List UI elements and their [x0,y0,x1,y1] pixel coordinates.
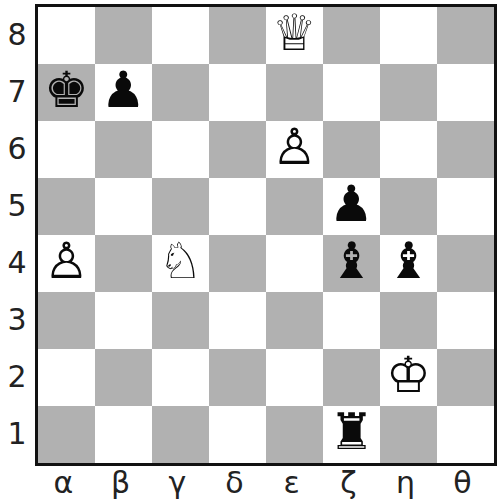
rank-label-1: 1 [0,405,34,462]
square-g1[interactable] [380,406,437,463]
square-h5[interactable] [437,178,494,235]
square-a1[interactable] [38,406,95,463]
rank-label-8: 8 [0,6,34,63]
square-g6[interactable] [380,121,437,178]
square-a4[interactable]: ♙ [38,235,95,292]
rank-label-4: 4 [0,234,34,291]
square-d5[interactable] [209,178,266,235]
rank-label-6: 6 [0,120,34,177]
square-c5[interactable] [152,178,209,235]
white-knight[interactable]: ♘ [158,233,203,290]
square-f6[interactable] [323,121,380,178]
square-d6[interactable] [209,121,266,178]
white-queen[interactable]: ♕ [272,5,317,62]
square-h1[interactable] [437,406,494,463]
square-b5[interactable] [95,178,152,235]
square-e3[interactable] [266,292,323,349]
square-h3[interactable] [437,292,494,349]
square-c6[interactable] [152,121,209,178]
file-label-b: β [92,464,149,500]
square-b6[interactable] [95,121,152,178]
rank-label-7: 7 [0,63,34,120]
square-c8[interactable] [152,7,209,64]
square-d7[interactable] [209,64,266,121]
square-g4[interactable]: ♝ [380,235,437,292]
square-h8[interactable] [437,7,494,64]
square-b3[interactable] [95,292,152,349]
chess-board: ♕♚♟♙♟♙♘♝♝♔♜ [35,4,497,466]
square-b8[interactable] [95,7,152,64]
square-d1[interactable] [209,406,266,463]
square-g3[interactable] [380,292,437,349]
square-c1[interactable] [152,406,209,463]
square-a5[interactable] [38,178,95,235]
file-label-f: ζ [320,464,377,500]
square-e5[interactable] [266,178,323,235]
rank-label-3: 3 [0,291,34,348]
square-f1[interactable]: ♜ [323,406,380,463]
square-c7[interactable] [152,64,209,121]
black-pawn[interactable]: ♟ [101,62,146,119]
file-label-g: η [377,464,434,500]
square-f2[interactable] [323,349,380,406]
file-label-a: α [35,464,92,500]
square-b7[interactable]: ♟ [95,64,152,121]
black-pawn[interactable]: ♟ [329,176,374,233]
square-a6[interactable] [38,121,95,178]
square-d4[interactable] [209,235,266,292]
black-rook[interactable]: ♜ [329,404,374,461]
file-labels: αβγδεζηθ [35,464,497,500]
square-h7[interactable] [437,64,494,121]
square-f7[interactable] [323,64,380,121]
square-d3[interactable] [209,292,266,349]
square-h2[interactable] [437,349,494,406]
square-g7[interactable] [380,64,437,121]
square-b2[interactable] [95,349,152,406]
white-pawn[interactable]: ♙ [272,119,317,176]
square-e8[interactable]: ♕ [266,7,323,64]
black-bishop[interactable]: ♝ [329,233,374,290]
square-d8[interactable] [209,7,266,64]
file-label-d: δ [206,464,263,500]
square-e2[interactable] [266,349,323,406]
file-label-h: θ [434,464,491,500]
file-label-e: ε [263,464,320,500]
square-e7[interactable] [266,64,323,121]
black-bishop[interactable]: ♝ [386,233,431,290]
rank-label-2: 2 [0,348,34,405]
square-c2[interactable] [152,349,209,406]
square-f8[interactable] [323,7,380,64]
square-f3[interactable] [323,292,380,349]
square-a2[interactable] [38,349,95,406]
square-e6[interactable]: ♙ [266,121,323,178]
white-pawn[interactable]: ♙ [44,233,89,290]
square-a7[interactable]: ♚ [38,64,95,121]
rank-label-5: 5 [0,177,34,234]
square-d2[interactable] [209,349,266,406]
chess-diagram: 87654321 ♕♚♟♙♟♙♘♝♝♔♜ αβγδεζηθ [0,0,500,500]
square-h6[interactable] [437,121,494,178]
square-h4[interactable] [437,235,494,292]
file-label-c: γ [149,464,206,500]
rank-labels: 87654321 [0,6,34,462]
square-e1[interactable] [266,406,323,463]
square-b4[interactable] [95,235,152,292]
square-e4[interactable] [266,235,323,292]
square-c3[interactable] [152,292,209,349]
square-b1[interactable] [95,406,152,463]
square-c4[interactable]: ♘ [152,235,209,292]
square-a8[interactable] [38,7,95,64]
square-a3[interactable] [38,292,95,349]
square-f4[interactable]: ♝ [323,235,380,292]
square-f5[interactable]: ♟ [323,178,380,235]
square-g2[interactable]: ♔ [380,349,437,406]
white-king[interactable]: ♔ [386,347,431,404]
square-g8[interactable] [380,7,437,64]
square-g5[interactable] [380,178,437,235]
black-king[interactable]: ♚ [44,62,89,119]
